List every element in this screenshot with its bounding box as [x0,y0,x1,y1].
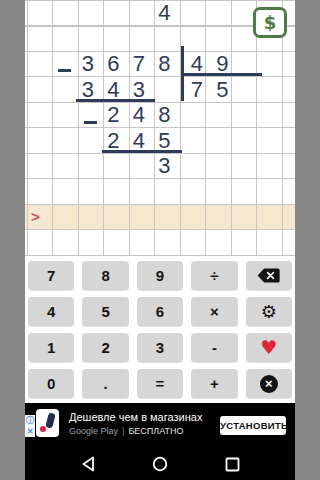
key-plus[interactable]: + [191,369,237,398]
key-backspace[interactable] [246,261,292,290]
key-3[interactable]: 3 [137,333,183,362]
subtraction-underline [102,150,182,153]
key-7[interactable]: 7 [28,261,74,290]
key-6[interactable]: 6 [137,297,183,326]
keypad: 789÷456×⚙123-♥0.=+× [25,256,295,403]
ad-banner[interactable]: ⓘ ✕ Дешевле чем в магазинах Google Play|… [25,403,295,448]
nav-back-button[interactable] [79,455,97,473]
key-4[interactable]: 4 [28,297,74,326]
home-icon [152,456,168,472]
subtraction-underline [76,99,155,102]
close-circle-icon: × [260,375,278,393]
dollar-icon: $ [264,12,277,33]
ad-text[interactable]: Дешевле чем в магазинах Google Play|БЕСП… [69,411,209,437]
adchoices-info-icon[interactable]: ⓘ [25,415,35,426]
key-minus[interactable]: - [191,333,237,362]
key-multiply[interactable]: × [191,297,237,326]
key-dot[interactable]: . [82,369,128,398]
google-play-label: Google Play [69,426,118,436]
key-1[interactable]: 1 [28,333,74,362]
minus-sign [58,69,71,72]
worksheet-digit: 7 [184,77,210,103]
key-favorite[interactable]: ♥ [246,333,292,362]
key-8[interactable]: 8 [82,261,128,290]
key-divide[interactable]: ÷ [191,261,237,290]
key-settings[interactable]: ⚙ [246,297,292,326]
backspace-icon [257,268,280,283]
advertised-app-icon[interactable] [36,409,59,437]
android-nav-bar [25,448,295,480]
worksheet-digit: 4 [126,102,152,128]
gear-icon: ⚙ [261,303,277,321]
recents-icon [225,457,240,472]
money-button[interactable]: $ [253,7,287,38]
nav-recents-button[interactable] [223,455,241,473]
ad-subline: Google Play|БЕСПЛАТНО [69,426,209,437]
adchoices: ⓘ ✕ [25,415,35,437]
ad-price-label: БЕСПЛАТНО [128,426,183,436]
worksheet-digit: 6 [101,51,127,77]
back-icon [80,456,97,472]
key-2[interactable]: 2 [82,333,128,362]
key-5[interactable]: 5 [82,297,128,326]
app-screen: > 4367849343752482453 $ 789÷456×⚙123-♥0.… [25,0,295,480]
worksheet-digit: 4 [152,0,178,26]
worksheet-cells: 4367849343752482453 [25,0,295,256]
adchoices-close-icon[interactable]: ✕ [25,426,35,437]
key-close[interactable]: × [246,369,292,398]
key-0[interactable]: 0 [28,369,74,398]
heart-icon: ♥ [260,338,277,357]
minus-sign [84,121,97,124]
worksheet-digit: 8 [152,51,178,77]
worksheet-digit: 3 [152,153,178,179]
worksheet-digit: 5 [210,77,236,103]
key-9[interactable]: 9 [137,261,183,290]
ad-headline: Дешевле чем в магазинах [69,411,209,424]
app-logo-dot [40,426,46,432]
ad-separator: | [122,426,124,436]
install-button[interactable]: УСТАНОВИТЬ [220,416,286,435]
division-worksheet: > 4367849343752482453 $ [25,0,295,256]
key-equals[interactable]: = [137,369,183,398]
division-bracket-horizontal-line [181,73,262,76]
worksheet-digit: 7 [126,51,152,77]
app-logo-mark [45,412,55,428]
worksheet-digit: 2 [101,102,127,128]
nav-home-button[interactable] [151,455,169,473]
worksheet-digit: 3 [75,51,101,77]
worksheet-digit: 8 [152,102,178,128]
